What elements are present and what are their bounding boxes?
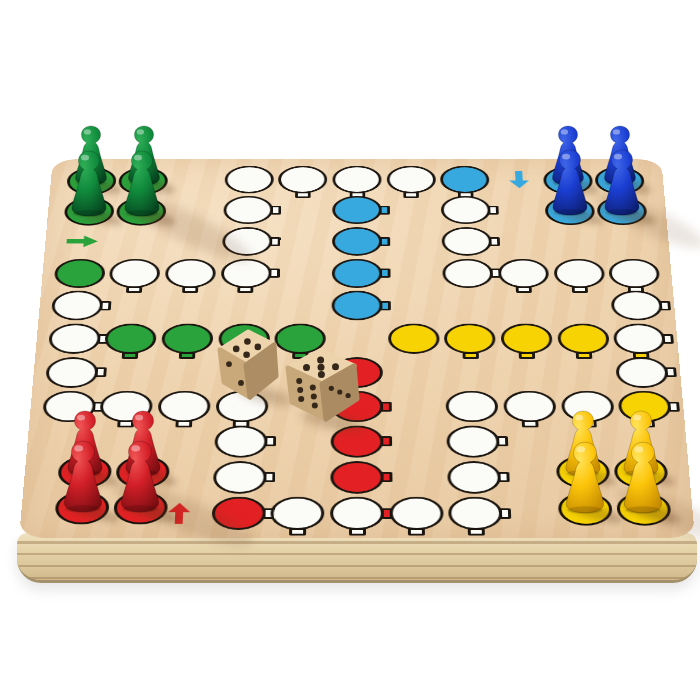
pawn-yellow-4[interactable]: [619, 440, 667, 519]
pawn-red-4[interactable]: [116, 439, 164, 518]
left-die[interactable]: [214, 326, 280, 408]
pawn-yellow-3[interactable]: [561, 440, 609, 519]
pieces-overlay: [0, 0, 700, 700]
pawn-blue-4[interactable]: [600, 148, 644, 221]
pawn-blue-3[interactable]: [548, 148, 592, 221]
right-die[interactable]: [280, 344, 360, 434]
pawn-green-3[interactable]: [67, 149, 111, 222]
pawn-red-3[interactable]: [59, 439, 107, 518]
product-photo-stage: [0, 0, 700, 700]
pawn-green-4[interactable]: [120, 149, 164, 222]
